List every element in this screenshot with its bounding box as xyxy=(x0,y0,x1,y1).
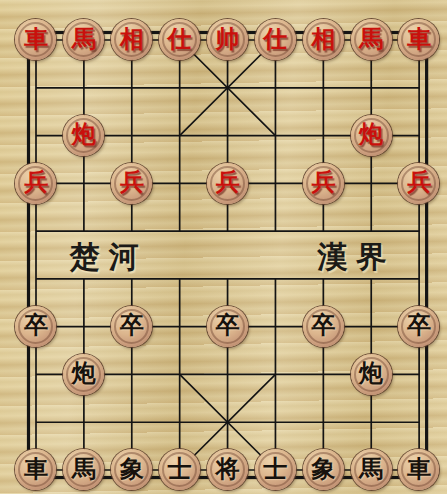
piece-black-chariot[interactable]: 車 xyxy=(15,449,56,490)
intersection-e4[interactable]: 兵 xyxy=(204,159,252,207)
intersection-g1[interactable]: 相 xyxy=(299,16,347,64)
piece-glyph: 兵 xyxy=(120,170,144,194)
intersection-c4[interactable]: 兵 xyxy=(108,159,156,207)
intersection-b5[interactable] xyxy=(60,207,108,255)
piece-glyph: 兵 xyxy=(407,170,431,194)
intersection-a3[interactable] xyxy=(12,112,60,160)
intersection-a10[interactable]: 車 xyxy=(12,446,60,494)
piece-black-elephant[interactable]: 象 xyxy=(111,449,152,490)
intersection-h2[interactable] xyxy=(347,64,395,112)
intersection-e3[interactable] xyxy=(204,112,252,160)
intersection-h5[interactable] xyxy=(347,207,395,255)
piece-red-soldier[interactable]: 兵 xyxy=(207,163,248,204)
intersection-b2[interactable] xyxy=(60,64,108,112)
intersection-g8[interactable] xyxy=(299,350,347,398)
piece-black-horse[interactable]: 馬 xyxy=(63,449,104,490)
piece-black-chariot[interactable]: 車 xyxy=(398,449,439,490)
intersection-g7[interactable]: 卒 xyxy=(299,303,347,351)
intersection-e10[interactable]: 将 xyxy=(204,446,252,494)
intersection-c2[interactable] xyxy=(108,64,156,112)
intersection-f7[interactable] xyxy=(251,303,299,351)
intersection-e9[interactable] xyxy=(204,398,252,446)
intersection-i6[interactable] xyxy=(395,255,443,303)
piece-red-elephant[interactable]: 相 xyxy=(303,19,344,60)
piece-glyph: 車 xyxy=(24,27,48,51)
piece-glyph: 卒 xyxy=(215,313,239,337)
intersection-e7[interactable]: 卒 xyxy=(204,303,252,351)
intersection-g4[interactable]: 兵 xyxy=(299,159,347,207)
piece-glyph: 士 xyxy=(168,457,192,481)
intersection-h10[interactable]: 馬 xyxy=(347,446,395,494)
intersection-i4[interactable]: 兵 xyxy=(395,159,443,207)
piece-glyph: 兵 xyxy=(215,170,239,194)
piece-red-soldier[interactable]: 兵 xyxy=(398,163,439,204)
piece-glyph: 将 xyxy=(215,457,239,481)
intersection-i9[interactable] xyxy=(395,398,443,446)
piece-glyph: 帅 xyxy=(215,27,239,51)
intersection-f10[interactable]: 士 xyxy=(251,446,299,494)
piece-black-soldier[interactable]: 卒 xyxy=(15,306,56,347)
piece-black-general[interactable]: 将 xyxy=(207,449,248,490)
piece-glyph: 兵 xyxy=(24,170,48,194)
piece-red-cannon[interactable]: 炮 xyxy=(63,115,104,156)
intersection-b7[interactable] xyxy=(60,303,108,351)
intersection-a2[interactable] xyxy=(12,64,60,112)
intersection-i3[interactable] xyxy=(395,112,443,160)
piece-glyph: 相 xyxy=(311,27,335,51)
intersection-b4[interactable] xyxy=(60,159,108,207)
intersection-g5[interactable] xyxy=(299,207,347,255)
intersection-i10[interactable]: 車 xyxy=(395,446,443,494)
piece-glyph: 馬 xyxy=(72,457,96,481)
intersection-g2[interactable] xyxy=(299,64,347,112)
intersection-d7[interactable] xyxy=(156,303,204,351)
piece-red-general[interactable]: 帅 xyxy=(207,19,248,60)
xiangqi-board: 楚河 漢界 車馬相仕帅仕相馬車炮炮兵兵兵兵兵卒卒卒卒卒炮炮車馬象士将士象馬車 xyxy=(0,0,447,494)
piece-glyph: 炮 xyxy=(72,122,96,146)
piece-red-chariot[interactable]: 車 xyxy=(398,19,439,60)
intersection-a8[interactable] xyxy=(12,350,60,398)
intersection-c8[interactable] xyxy=(108,350,156,398)
intersection-c5[interactable] xyxy=(108,207,156,255)
intersection-f6[interactable] xyxy=(251,255,299,303)
piece-glyph: 仕 xyxy=(263,27,287,51)
intersection-b9[interactable] xyxy=(60,398,108,446)
intersection-a4[interactable]: 兵 xyxy=(12,159,60,207)
piece-red-advisor[interactable]: 仕 xyxy=(255,19,296,60)
piece-black-soldier[interactable]: 卒 xyxy=(111,306,152,347)
piece-glyph: 車 xyxy=(24,457,48,481)
intersection-d2[interactable] xyxy=(156,64,204,112)
intersection-i1[interactable]: 車 xyxy=(395,16,443,64)
piece-red-horse[interactable]: 馬 xyxy=(351,19,392,60)
intersection-f9[interactable] xyxy=(251,398,299,446)
piece-black-cannon[interactable]: 炮 xyxy=(351,354,392,395)
intersection-h6[interactable] xyxy=(347,255,395,303)
intersection-h4[interactable] xyxy=(347,159,395,207)
intersection-h3[interactable]: 炮 xyxy=(347,112,395,160)
piece-red-advisor[interactable]: 仕 xyxy=(159,19,200,60)
intersection-c9[interactable] xyxy=(108,398,156,446)
piece-red-cannon[interactable]: 炮 xyxy=(351,115,392,156)
piece-glyph: 馬 xyxy=(359,457,383,481)
intersection-e1[interactable]: 帅 xyxy=(204,16,252,64)
piece-black-horse[interactable]: 馬 xyxy=(351,449,392,490)
piece-glyph: 卒 xyxy=(120,313,144,337)
intersection-h7[interactable] xyxy=(347,303,395,351)
intersection-i5[interactable] xyxy=(395,207,443,255)
piece-red-horse[interactable]: 馬 xyxy=(63,19,104,60)
piece-glyph: 仕 xyxy=(168,27,192,51)
piece-glyph: 馬 xyxy=(359,27,383,51)
piece-glyph: 馬 xyxy=(72,27,96,51)
intersection-a6[interactable] xyxy=(12,255,60,303)
piece-glyph: 炮 xyxy=(359,122,383,146)
intersection-i2[interactable] xyxy=(395,64,443,112)
intersection-e5[interactable] xyxy=(204,207,252,255)
intersection-i7[interactable]: 卒 xyxy=(395,303,443,351)
intersection-d3[interactable] xyxy=(156,112,204,160)
intersection-c10[interactable]: 象 xyxy=(108,446,156,494)
intersection-h1[interactable]: 馬 xyxy=(347,16,395,64)
intersection-d6[interactable] xyxy=(156,255,204,303)
intersection-b6[interactable] xyxy=(60,255,108,303)
intersection-a9[interactable] xyxy=(12,398,60,446)
piece-red-soldier[interactable]: 兵 xyxy=(303,163,344,204)
intersection-d8[interactable] xyxy=(156,350,204,398)
intersection-g3[interactable] xyxy=(299,112,347,160)
intersection-f4[interactable] xyxy=(251,159,299,207)
piece-red-soldier[interactable]: 兵 xyxy=(111,163,152,204)
board-intersections: 車馬相仕帅仕相馬車炮炮兵兵兵兵兵卒卒卒卒卒炮炮車馬象士将士象馬車 xyxy=(12,16,443,494)
intersection-e2[interactable] xyxy=(204,64,252,112)
piece-black-advisor[interactable]: 士 xyxy=(159,449,200,490)
intersection-b1[interactable]: 馬 xyxy=(60,16,108,64)
piece-black-soldier[interactable]: 卒 xyxy=(398,306,439,347)
piece-red-chariot[interactable]: 車 xyxy=(15,19,56,60)
intersection-e8[interactable] xyxy=(204,350,252,398)
intersection-h8[interactable]: 炮 xyxy=(347,350,395,398)
intersection-e6[interactable] xyxy=(204,255,252,303)
piece-black-cannon[interactable]: 炮 xyxy=(63,354,104,395)
intersection-f5[interactable] xyxy=(251,207,299,255)
piece-red-elephant[interactable]: 相 xyxy=(111,19,152,60)
intersection-d1[interactable]: 仕 xyxy=(156,16,204,64)
piece-glyph: 車 xyxy=(407,457,431,481)
intersection-b8[interactable]: 炮 xyxy=(60,350,108,398)
piece-glyph: 兵 xyxy=(311,170,335,194)
piece-glyph: 卒 xyxy=(407,313,431,337)
piece-glyph: 象 xyxy=(120,457,144,481)
intersection-c6[interactable] xyxy=(108,255,156,303)
intersection-b3[interactable]: 炮 xyxy=(60,112,108,160)
intersection-c3[interactable] xyxy=(108,112,156,160)
intersection-c1[interactable]: 相 xyxy=(108,16,156,64)
intersection-a5[interactable] xyxy=(12,207,60,255)
piece-black-soldier[interactable]: 卒 xyxy=(207,306,248,347)
piece-glyph: 卒 xyxy=(311,313,335,337)
intersection-g9[interactable] xyxy=(299,398,347,446)
piece-glyph: 炮 xyxy=(72,361,96,385)
intersection-f1[interactable]: 仕 xyxy=(251,16,299,64)
intersection-f2[interactable] xyxy=(251,64,299,112)
intersection-f8[interactable] xyxy=(251,350,299,398)
intersection-a1[interactable]: 車 xyxy=(12,16,60,64)
piece-glyph: 炮 xyxy=(359,361,383,385)
piece-glyph: 士 xyxy=(263,457,287,481)
intersection-d4[interactable] xyxy=(156,159,204,207)
piece-black-elephant[interactable]: 象 xyxy=(303,449,344,490)
piece-glyph: 相 xyxy=(120,27,144,51)
intersection-b10[interactable]: 馬 xyxy=(60,446,108,494)
piece-glyph: 卒 xyxy=(24,313,48,337)
intersection-f3[interactable] xyxy=(251,112,299,160)
piece-glyph: 車 xyxy=(407,27,431,51)
intersection-a7[interactable]: 卒 xyxy=(12,303,60,351)
intersection-d9[interactable] xyxy=(156,398,204,446)
intersection-d10[interactable]: 士 xyxy=(156,446,204,494)
intersection-h9[interactable] xyxy=(347,398,395,446)
intersection-g10[interactable]: 象 xyxy=(299,446,347,494)
intersection-c7[interactable]: 卒 xyxy=(108,303,156,351)
intersection-i8[interactable] xyxy=(395,350,443,398)
piece-black-advisor[interactable]: 士 xyxy=(255,449,296,490)
piece-black-soldier[interactable]: 卒 xyxy=(303,306,344,347)
piece-red-soldier[interactable]: 兵 xyxy=(15,163,56,204)
intersection-d5[interactable] xyxy=(156,207,204,255)
piece-glyph: 象 xyxy=(311,457,335,481)
intersection-g6[interactable] xyxy=(299,255,347,303)
